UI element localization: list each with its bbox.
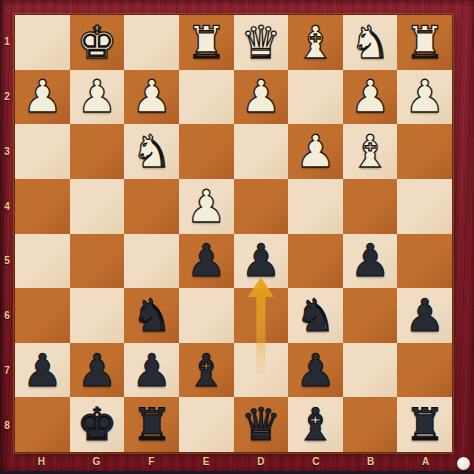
square-d6[interactable] bbox=[234, 288, 289, 343]
square-h4[interactable] bbox=[15, 179, 70, 234]
square-d8[interactable]: ♛ bbox=[234, 397, 289, 452]
file-label-b: B bbox=[343, 452, 398, 471]
square-g4[interactable] bbox=[70, 179, 125, 234]
square-h5[interactable] bbox=[15, 234, 70, 289]
black-pawn[interactable]: ♟ bbox=[77, 348, 117, 393]
square-c6[interactable]: ♞ bbox=[288, 288, 343, 343]
chess-diagram: 12345678 ♚♜♛♝♞♜♟♟♟♟♟♟♞♟♝♟♟♟♟♞♞♟♟♟♟♝♟♚♜♛♝… bbox=[0, 0, 474, 474]
black-pawn[interactable]: ♟ bbox=[131, 348, 171, 393]
rank-label-6: 6 bbox=[0, 288, 14, 343]
white-queen[interactable]: ♛ bbox=[241, 20, 281, 65]
square-b7[interactable] bbox=[343, 343, 398, 398]
file-label-e: E bbox=[179, 452, 234, 471]
black-pawn[interactable]: ♟ bbox=[350, 238, 390, 283]
black-pawn[interactable]: ♟ bbox=[405, 293, 445, 338]
white-knight[interactable]: ♞ bbox=[350, 20, 390, 65]
square-e6[interactable] bbox=[179, 288, 234, 343]
square-f7[interactable]: ♟ bbox=[124, 343, 179, 398]
file-label-c: C bbox=[288, 452, 343, 471]
black-knight[interactable]: ♞ bbox=[295, 293, 335, 338]
square-g7[interactable]: ♟ bbox=[70, 343, 125, 398]
square-b4[interactable] bbox=[343, 179, 398, 234]
square-d5[interactable]: ♟ bbox=[234, 234, 289, 289]
white-knight[interactable]: ♞ bbox=[131, 129, 171, 174]
white-pawn[interactable]: ♟ bbox=[22, 74, 62, 119]
square-a8[interactable]: ♜ bbox=[397, 397, 452, 452]
rank-label-7: 7 bbox=[0, 343, 14, 398]
square-d1[interactable]: ♛ bbox=[234, 15, 289, 70]
square-b1[interactable]: ♞ bbox=[343, 15, 398, 70]
rank-label-5: 5 bbox=[0, 234, 14, 289]
square-e8[interactable] bbox=[179, 397, 234, 452]
black-pawn[interactable]: ♟ bbox=[22, 348, 62, 393]
square-a4[interactable] bbox=[397, 179, 452, 234]
square-g5[interactable] bbox=[70, 234, 125, 289]
rank-label-2: 2 bbox=[0, 69, 14, 124]
white-pawn[interactable]: ♟ bbox=[350, 74, 390, 119]
square-d3[interactable] bbox=[234, 124, 289, 179]
square-e4[interactable]: ♟ bbox=[179, 179, 234, 234]
square-e7[interactable]: ♝ bbox=[179, 343, 234, 398]
rank-labels: 12345678 bbox=[0, 14, 14, 453]
black-rook[interactable]: ♜ bbox=[131, 402, 171, 447]
square-e1[interactable]: ♜ bbox=[179, 15, 234, 70]
white-bishop[interactable]: ♝ bbox=[295, 20, 335, 65]
file-labels: HGFEDCBA bbox=[14, 452, 453, 471]
square-f2[interactable]: ♟ bbox=[124, 70, 179, 125]
file-label-h: H bbox=[14, 452, 69, 471]
square-a2[interactable]: ♟ bbox=[397, 70, 452, 125]
square-f6[interactable]: ♞ bbox=[124, 288, 179, 343]
white-rook[interactable]: ♜ bbox=[405, 20, 445, 65]
square-d4[interactable] bbox=[234, 179, 289, 234]
black-knight[interactable]: ♞ bbox=[131, 293, 171, 338]
square-a3[interactable] bbox=[397, 124, 452, 179]
white-king[interactable]: ♚ bbox=[77, 20, 117, 65]
rank-label-4: 4 bbox=[0, 179, 14, 234]
square-a5[interactable] bbox=[397, 234, 452, 289]
square-e2[interactable] bbox=[179, 70, 234, 125]
white-pawn[interactable]: ♟ bbox=[295, 129, 335, 174]
white-rook[interactable]: ♜ bbox=[186, 20, 226, 65]
square-g3[interactable] bbox=[70, 124, 125, 179]
square-g1[interactable]: ♚ bbox=[70, 15, 125, 70]
white-pawn[interactable]: ♟ bbox=[186, 184, 226, 229]
square-b2[interactable]: ♟ bbox=[343, 70, 398, 125]
rank-label-3: 3 bbox=[0, 124, 14, 179]
black-bishop[interactable]: ♝ bbox=[295, 402, 335, 447]
square-h2[interactable]: ♟ bbox=[15, 70, 70, 125]
square-h1[interactable] bbox=[15, 15, 70, 70]
square-e3[interactable] bbox=[179, 124, 234, 179]
square-g8[interactable]: ♚ bbox=[70, 397, 125, 452]
square-c1[interactable]: ♝ bbox=[288, 15, 343, 70]
square-c7[interactable]: ♟ bbox=[288, 343, 343, 398]
square-c2[interactable] bbox=[288, 70, 343, 125]
square-f4[interactable] bbox=[124, 179, 179, 234]
file-label-f: F bbox=[124, 452, 179, 471]
square-d7[interactable] bbox=[234, 343, 289, 398]
square-d2[interactable]: ♟ bbox=[234, 70, 289, 125]
black-king[interactable]: ♚ bbox=[77, 402, 117, 447]
square-f1[interactable] bbox=[124, 15, 179, 70]
square-g2[interactable]: ♟ bbox=[70, 70, 125, 125]
file-label-d: D bbox=[234, 452, 289, 471]
white-pawn[interactable]: ♟ bbox=[131, 74, 171, 119]
square-c4[interactable] bbox=[288, 179, 343, 234]
square-f5[interactable] bbox=[124, 234, 179, 289]
black-pawn[interactable]: ♟ bbox=[186, 238, 226, 283]
square-c8[interactable]: ♝ bbox=[288, 397, 343, 452]
black-rook[interactable]: ♜ bbox=[405, 402, 445, 447]
square-b8[interactable] bbox=[343, 397, 398, 452]
black-queen[interactable]: ♛ bbox=[241, 402, 281, 447]
square-e5[interactable]: ♟ bbox=[179, 234, 234, 289]
square-a6[interactable]: ♟ bbox=[397, 288, 452, 343]
square-h7[interactable]: ♟ bbox=[15, 343, 70, 398]
square-a1[interactable]: ♜ bbox=[397, 15, 452, 70]
white-pawn[interactable]: ♟ bbox=[241, 74, 281, 119]
rank-label-1: 1 bbox=[0, 14, 14, 69]
square-h3[interactable] bbox=[15, 124, 70, 179]
square-a7[interactable] bbox=[397, 343, 452, 398]
square-f3[interactable]: ♞ bbox=[124, 124, 179, 179]
rank-label-8: 8 bbox=[0, 398, 14, 453]
square-c3[interactable]: ♟ bbox=[288, 124, 343, 179]
black-bishop[interactable]: ♝ bbox=[186, 348, 226, 393]
file-label-a: A bbox=[398, 452, 453, 471]
file-label-g: G bbox=[69, 452, 124, 471]
square-b3[interactable]: ♝ bbox=[343, 124, 398, 179]
square-h6[interactable] bbox=[15, 288, 70, 343]
side-to-move-indicator bbox=[457, 457, 470, 470]
black-pawn[interactable]: ♟ bbox=[295, 348, 335, 393]
square-h8[interactable] bbox=[15, 397, 70, 452]
square-b5[interactable]: ♟ bbox=[343, 234, 398, 289]
square-b6[interactable] bbox=[343, 288, 398, 343]
square-g6[interactable] bbox=[70, 288, 125, 343]
square-f8[interactable]: ♜ bbox=[124, 397, 179, 452]
square-c5[interactable] bbox=[288, 234, 343, 289]
white-pawn[interactable]: ♟ bbox=[405, 74, 445, 119]
chess-board[interactable]: ♚♜♛♝♞♜♟♟♟♟♟♟♞♟♝♟♟♟♟♞♞♟♟♟♟♝♟♚♜♛♝♜ bbox=[14, 14, 453, 453]
white-bishop[interactable]: ♝ bbox=[350, 129, 390, 174]
white-pawn[interactable]: ♟ bbox=[77, 74, 117, 119]
black-pawn[interactable]: ♟ bbox=[241, 238, 281, 283]
